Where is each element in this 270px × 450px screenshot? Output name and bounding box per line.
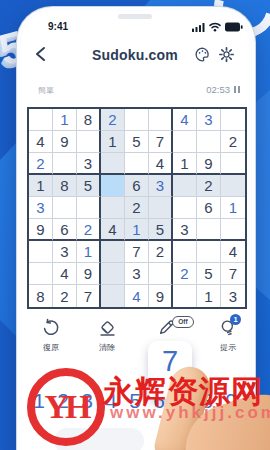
phone-speaker xyxy=(118,14,152,19)
pause-icon xyxy=(234,86,236,93)
sudoku-cell-r5c7[interactable] xyxy=(173,197,197,219)
theme-button[interactable] xyxy=(194,46,211,63)
pressed-number: 7 xyxy=(162,345,178,378)
sudoku-cell-r5c2[interactable] xyxy=(53,197,77,219)
signal-icon xyxy=(192,22,205,32)
pressed-number-card[interactable]: 7 xyxy=(148,341,192,399)
back-icon xyxy=(34,46,48,62)
sudoku-cell-r9c8[interactable]: 1 xyxy=(197,285,221,307)
sudoku-cell-r5c1[interactable]: 3 xyxy=(29,197,53,219)
wifi-icon xyxy=(209,22,221,32)
sudoku-cell-r5c4[interactable] xyxy=(101,197,125,219)
sudoku-cell-r2c7[interactable] xyxy=(173,131,197,153)
battery-icon xyxy=(225,22,243,32)
sudoku-cell-r7c1[interactable] xyxy=(29,241,53,263)
palette-icon xyxy=(194,46,211,63)
sudoku-cell-r7c7[interactable] xyxy=(173,241,197,263)
erase-label: 清除 xyxy=(85,342,129,353)
pause-icon xyxy=(238,86,240,93)
sudoku-cell-r1c1[interactable] xyxy=(29,109,53,131)
sudoku-cell-r5c9[interactable]: 1 xyxy=(221,197,245,219)
numpad-digit-1[interactable]: 1 xyxy=(33,389,45,413)
sudoku-cell-r3c4[interactable] xyxy=(101,153,125,175)
sudoku-cell-r9c9[interactable]: 3 xyxy=(221,285,245,307)
erase-button[interactable]: 清除 xyxy=(85,318,129,353)
sudoku-cell-r2c5[interactable]: 5 xyxy=(125,131,149,153)
sudoku-cell-r6c8[interactable] xyxy=(197,219,221,241)
sudoku-cell-r7c8[interactable] xyxy=(197,241,221,263)
numpad-digit-5[interactable]: 5 xyxy=(129,389,141,413)
sudoku-cell-r5c8[interactable]: 6 xyxy=(197,197,221,219)
sudoku-cell-r9c2[interactable]: 2 xyxy=(53,285,77,307)
number-pad: 123456789 xyxy=(27,386,243,416)
numpad-digit-8[interactable]: 8 xyxy=(201,389,213,413)
sudoku-cell-r9c4[interactable] xyxy=(101,285,125,307)
sudoku-cell-r2c6[interactable]: 7 xyxy=(149,131,173,153)
sudoku-cell-r6c2[interactable]: 6 xyxy=(53,219,77,241)
sudoku-cell-r3c3[interactable]: 3 xyxy=(77,153,101,175)
sudoku-cell-r2c1[interactable]: 4 xyxy=(29,131,53,153)
hint-button[interactable]: 提示 xyxy=(206,318,250,353)
screenshot-root: 5 9:41 Sudoku.com xyxy=(0,0,270,450)
numpad-digit-4[interactable]: 4 xyxy=(105,389,117,413)
sudoku-cell-r4c7[interactable] xyxy=(173,175,197,197)
back-button[interactable] xyxy=(34,46,48,62)
sudoku-cell-r1c7[interactable]: 4 xyxy=(173,109,197,131)
sudoku-cell-r8c1[interactable] xyxy=(29,263,53,285)
sudoku-cell-r5c6[interactable] xyxy=(149,197,173,219)
sudoku-cell-r3c7[interactable]: 1 xyxy=(173,153,197,175)
settings-button[interactable] xyxy=(218,46,235,63)
hint-label: 提示 xyxy=(206,342,250,353)
sudoku-cell-r8c5[interactable]: 3 xyxy=(125,263,149,285)
sudoku-cell-r8c9[interactable]: 7 xyxy=(221,263,245,285)
sudoku-cell-r6c7[interactable]: 3 xyxy=(173,219,197,241)
sudoku-cell-r6c3[interactable]: 2 xyxy=(77,219,101,241)
page-title: Sudoku.com xyxy=(60,47,210,63)
sudoku-cell-r8c2[interactable]: 4 xyxy=(53,263,77,285)
sudoku-cell-r6c6[interactable]: 5 xyxy=(149,219,173,241)
bottom-card-fragment xyxy=(54,428,144,450)
sudoku-cell-r6c9[interactable] xyxy=(221,219,245,241)
sudoku-cell-r9c7[interactable] xyxy=(173,285,197,307)
sudoku-cell-r2c2[interactable]: 9 xyxy=(53,131,77,153)
sudoku-cell-r9c1[interactable]: 8 xyxy=(29,285,53,307)
status-icons xyxy=(192,22,243,32)
sudoku-cell-r6c5[interactable]: 1 xyxy=(125,219,149,241)
sudoku-cell-r6c4[interactable]: 4 xyxy=(101,219,125,241)
sudoku-cell-r8c3[interactable]: 9 xyxy=(77,263,101,285)
hint-count-badge: 1 xyxy=(230,314,241,325)
sudoku-cell-r4c5[interactable]: 6 xyxy=(125,175,149,197)
sudoku-cell-r9c3[interactable]: 7 xyxy=(77,285,101,307)
sudoku-cell-r3c9[interactable] xyxy=(221,153,245,175)
sudoku-cell-r7c4[interactable] xyxy=(101,241,125,263)
sudoku-cell-r7c3[interactable]: 1 xyxy=(77,241,101,263)
sudoku-cell-r3c6[interactable]: 4 xyxy=(149,153,173,175)
sudoku-cell-r6c1[interactable]: 9 xyxy=(29,219,53,241)
status-time: 9:41 xyxy=(48,21,68,32)
numpad-digit-9[interactable]: 9 xyxy=(225,389,237,413)
eraser-icon xyxy=(97,318,117,338)
sudoku-cell-r5c3[interactable] xyxy=(77,197,101,219)
gear-icon xyxy=(218,46,235,63)
sudoku-cell-r4c2[interactable]: 8 xyxy=(53,175,77,197)
sudoku-cell-r3c5[interactable] xyxy=(125,153,149,175)
sudoku-cell-r3c2[interactable] xyxy=(53,153,77,175)
sudoku-cell-r1c5[interactable] xyxy=(125,109,149,131)
sudoku-cell-r4c9[interactable] xyxy=(221,175,245,197)
sudoku-cell-r3c8[interactable]: 9 xyxy=(197,153,221,175)
difficulty-label: 簡單 xyxy=(38,85,54,96)
sudoku-cell-r4c1[interactable]: 1 xyxy=(29,175,53,197)
sudoku-cell-r7c2[interactable]: 3 xyxy=(53,241,77,263)
sudoku-cell-r4c3[interactable]: 5 xyxy=(77,175,101,197)
sudoku-cell-r2c9[interactable]: 2 xyxy=(221,131,245,153)
undo-label: 復原 xyxy=(29,342,73,353)
undo-button[interactable]: 復原 xyxy=(29,318,73,353)
sudoku-board: 1824349157223419185632326196241533172449… xyxy=(27,107,247,309)
sudoku-cell-r3c1[interactable]: 2 xyxy=(29,153,53,175)
sudoku-cell-r9c6[interactable]: 9 xyxy=(149,285,173,307)
notes-off-badge: Off xyxy=(172,316,194,328)
sudoku-cell-r8c6[interactable] xyxy=(149,263,173,285)
sudoku-cell-r1c8[interactable]: 3 xyxy=(197,109,221,131)
sudoku-cell-r7c6[interactable]: 2 xyxy=(149,241,173,263)
sudoku-cell-r4c6[interactable]: 3 xyxy=(149,175,173,197)
sudoku-cell-r4c4[interactable] xyxy=(101,175,125,197)
pause-button[interactable] xyxy=(234,86,240,93)
sudoku-cell-r7c9[interactable]: 4 xyxy=(221,241,245,263)
sudoku-cell-r1c4[interactable]: 2 xyxy=(101,109,125,131)
timer-value: 02:53 xyxy=(206,84,230,95)
sudoku-cell-r5c5[interactable]: 2 xyxy=(125,197,149,219)
sudoku-cell-r7c5[interactable]: 7 xyxy=(125,241,149,263)
sudoku-cell-r8c8[interactable]: 5 xyxy=(197,263,221,285)
sudoku-cell-r2c3[interactable] xyxy=(77,131,101,153)
numpad-digit-3[interactable]: 3 xyxy=(81,389,93,413)
sudoku-cell-r1c9[interactable] xyxy=(221,109,245,131)
sudoku-cell-r8c7[interactable]: 2 xyxy=(173,263,197,285)
sudoku-cell-r1c3[interactable]: 8 xyxy=(77,109,101,131)
sudoku-cell-r4c8[interactable]: 2 xyxy=(197,175,221,197)
sudoku-cell-r1c2[interactable]: 1 xyxy=(53,109,77,131)
undo-icon xyxy=(41,318,61,338)
sudoku-cell-r8c4[interactable] xyxy=(101,263,125,285)
sudoku-cell-r2c4[interactable]: 1 xyxy=(101,131,125,153)
sudoku-cell-r2c8[interactable] xyxy=(197,131,221,153)
sudoku-cell-r9c5[interactable]: 4 xyxy=(125,285,149,307)
sudoku-cell-r1c6[interactable] xyxy=(149,109,173,131)
numpad-digit-2[interactable]: 2 xyxy=(57,389,69,413)
